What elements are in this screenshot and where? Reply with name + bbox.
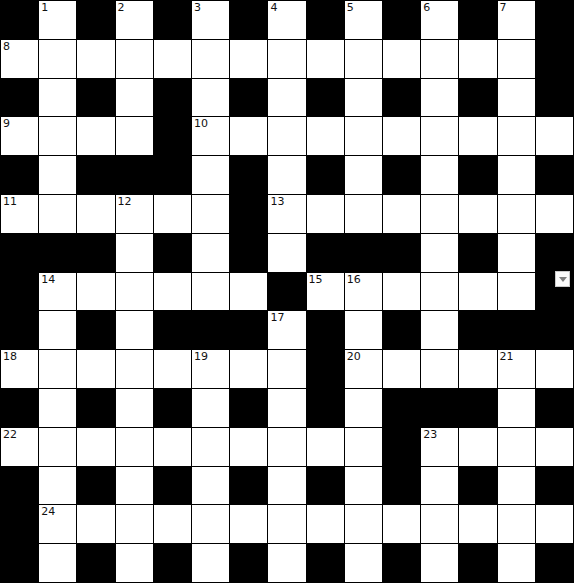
black-cell (77, 389, 115, 428)
black-cell (230, 467, 268, 506)
black-cell (307, 389, 345, 428)
white-cell[interactable] (383, 350, 421, 389)
black-cell (307, 467, 345, 506)
clue-number: 11 (3, 195, 17, 208)
white-cell[interactable] (421, 505, 459, 544)
white-cell[interactable] (268, 234, 306, 273)
clue-number: 13 (270, 195, 284, 208)
white-cell[interactable] (230, 350, 268, 389)
white-cell[interactable] (498, 195, 536, 234)
white-cell[interactable]: 4 (268, 1, 306, 40)
black-cell (459, 389, 497, 428)
white-cell[interactable] (498, 40, 536, 79)
black-cell (536, 467, 574, 506)
black-cell (383, 1, 421, 40)
white-cell[interactable] (268, 467, 306, 506)
white-cell[interactable]: 23 (421, 428, 459, 467)
white-cell[interactable] (459, 117, 497, 156)
black-cell (154, 311, 192, 350)
white-cell[interactable] (268, 389, 306, 428)
white-cell[interactable] (154, 428, 192, 467)
black-cell (536, 1, 574, 40)
black-cell (383, 467, 421, 506)
black-cell (77, 234, 115, 273)
white-cell[interactable] (268, 505, 306, 544)
white-cell[interactable] (536, 505, 574, 544)
black-cell (1, 389, 39, 428)
white-cell[interactable] (268, 428, 306, 467)
white-cell[interactable] (230, 117, 268, 156)
white-cell[interactable]: 3 (192, 1, 230, 40)
black-cell (1, 273, 39, 312)
white-cell[interactable] (498, 544, 536, 583)
black-cell (1, 544, 39, 583)
white-cell[interactable]: 7 (498, 1, 536, 40)
white-cell[interactable] (192, 428, 230, 467)
white-cell[interactable] (154, 40, 192, 79)
clue-number: 23 (423, 428, 437, 441)
white-cell[interactable] (154, 350, 192, 389)
clue-number: 22 (3, 428, 17, 441)
black-cell (307, 350, 345, 389)
white-cell[interactable] (116, 273, 154, 312)
white-cell[interactable] (498, 389, 536, 428)
clue-number: 15 (309, 273, 323, 286)
white-cell[interactable] (307, 195, 345, 234)
white-cell[interactable] (268, 79, 306, 118)
white-cell[interactable] (498, 505, 536, 544)
white-cell[interactable] (383, 505, 421, 544)
white-cell[interactable] (498, 156, 536, 195)
white-cell[interactable] (39, 544, 77, 583)
clue-number: 7 (500, 1, 507, 14)
black-cell (421, 389, 459, 428)
clue-number: 24 (41, 505, 55, 518)
white-cell[interactable] (192, 79, 230, 118)
black-cell (459, 467, 497, 506)
black-cell (77, 311, 115, 350)
white-cell[interactable] (39, 195, 77, 234)
black-cell (498, 311, 536, 350)
white-cell[interactable]: 10 (192, 117, 230, 156)
white-cell[interactable] (307, 428, 345, 467)
black-cell (459, 234, 497, 273)
white-cell[interactable] (116, 117, 154, 156)
clue-number: 6 (423, 1, 430, 14)
black-cell (307, 79, 345, 118)
black-cell (536, 544, 574, 583)
black-cell (307, 1, 345, 40)
white-cell[interactable]: 1 (39, 1, 77, 40)
white-cell[interactable] (536, 350, 574, 389)
white-cell[interactable] (345, 40, 383, 79)
white-cell[interactable] (536, 195, 574, 234)
white-cell[interactable]: 22 (1, 428, 39, 467)
black-cell (154, 117, 192, 156)
chevron-down-icon (559, 277, 567, 282)
white-cell[interactable] (383, 195, 421, 234)
white-cell[interactable] (39, 40, 77, 79)
white-cell[interactable]: 24 (39, 505, 77, 544)
white-cell[interactable] (116, 350, 154, 389)
white-cell[interactable] (39, 350, 77, 389)
white-cell[interactable] (459, 350, 497, 389)
black-cell (154, 389, 192, 428)
white-cell[interactable] (421, 195, 459, 234)
white-cell[interactable] (345, 389, 383, 428)
white-cell[interactable] (192, 195, 230, 234)
white-cell[interactable] (421, 117, 459, 156)
white-cell[interactable] (536, 117, 574, 156)
white-cell[interactable]: 15 (307, 273, 345, 312)
white-cell[interactable] (536, 428, 574, 467)
white-cell[interactable] (230, 505, 268, 544)
white-cell[interactable] (307, 40, 345, 79)
white-cell[interactable] (39, 311, 77, 350)
black-cell (77, 1, 115, 40)
white-cell[interactable]: 8 (1, 40, 39, 79)
black-cell (77, 467, 115, 506)
white-cell[interactable] (77, 505, 115, 544)
white-cell[interactable]: 16 (345, 273, 383, 312)
white-cell[interactable] (345, 544, 383, 583)
white-cell[interactable]: 14 (39, 273, 77, 312)
white-cell[interactable] (116, 234, 154, 273)
white-cell[interactable] (116, 311, 154, 350)
black-cell (192, 311, 230, 350)
white-cell[interactable]: 2 (116, 1, 154, 40)
black-cell (536, 156, 574, 195)
white-cell[interactable] (459, 40, 497, 79)
white-cell[interactable] (77, 195, 115, 234)
white-cell[interactable] (459, 505, 497, 544)
black-cell (230, 195, 268, 234)
black-cell (536, 389, 574, 428)
white-cell[interactable]: 6 (421, 1, 459, 40)
white-cell[interactable] (192, 505, 230, 544)
white-cell[interactable] (307, 117, 345, 156)
white-cell[interactable] (268, 350, 306, 389)
black-cell (307, 234, 345, 273)
black-cell (1, 505, 39, 544)
white-cell[interactable] (230, 40, 268, 79)
white-cell[interactable]: 20 (345, 350, 383, 389)
black-cell (1, 156, 39, 195)
white-cell[interactable] (230, 428, 268, 467)
white-cell[interactable] (39, 79, 77, 118)
white-cell[interactable] (192, 40, 230, 79)
white-cell[interactable] (345, 195, 383, 234)
black-cell (459, 79, 497, 118)
black-cell (383, 234, 421, 273)
black-cell (39, 234, 77, 273)
white-cell[interactable] (345, 156, 383, 195)
white-cell[interactable] (498, 117, 536, 156)
black-cell (230, 1, 268, 40)
white-cell[interactable] (39, 389, 77, 428)
white-cell[interactable] (459, 195, 497, 234)
black-cell (383, 389, 421, 428)
white-cell[interactable] (192, 544, 230, 583)
black-cell (77, 544, 115, 583)
black-cell (383, 311, 421, 350)
white-cell[interactable] (116, 428, 154, 467)
clue-number: 19 (194, 350, 208, 363)
white-cell[interactable] (116, 544, 154, 583)
white-cell[interactable] (116, 389, 154, 428)
white-cell[interactable]: 9 (1, 117, 39, 156)
white-cell[interactable] (345, 79, 383, 118)
white-cell[interactable] (459, 273, 497, 312)
white-cell[interactable] (77, 428, 115, 467)
clue-number: 12 (118, 195, 132, 208)
white-cell[interactable] (498, 234, 536, 273)
black-cell (116, 156, 154, 195)
black-cell (459, 1, 497, 40)
black-cell (1, 79, 39, 118)
black-cell (230, 156, 268, 195)
white-cell[interactable] (459, 428, 497, 467)
white-cell[interactable] (345, 117, 383, 156)
white-cell[interactable]: 13 (268, 195, 306, 234)
clue-number: 10 (194, 117, 208, 130)
black-cell (1, 311, 39, 350)
white-cell[interactable] (192, 467, 230, 506)
white-cell[interactable] (345, 505, 383, 544)
black-cell (536, 234, 574, 273)
white-cell[interactable] (421, 467, 459, 506)
clue-number: 21 (500, 350, 514, 363)
white-cell[interactable] (154, 505, 192, 544)
black-cell (230, 234, 268, 273)
white-cell[interactable] (39, 156, 77, 195)
white-cell[interactable] (192, 156, 230, 195)
white-cell[interactable] (421, 273, 459, 312)
black-cell (307, 311, 345, 350)
white-cell[interactable] (498, 467, 536, 506)
clue-number: 2 (118, 1, 125, 14)
black-cell (230, 544, 268, 583)
black-cell (230, 79, 268, 118)
black-cell (230, 311, 268, 350)
black-cell (268, 273, 306, 312)
white-cell[interactable] (77, 350, 115, 389)
dropdown-button[interactable] (555, 271, 570, 287)
white-cell[interactable] (307, 505, 345, 544)
white-cell[interactable] (498, 273, 536, 312)
white-cell[interactable] (192, 273, 230, 312)
white-cell[interactable] (421, 544, 459, 583)
white-cell[interactable] (421, 350, 459, 389)
black-cell (459, 156, 497, 195)
white-cell[interactable] (498, 79, 536, 118)
black-cell (307, 544, 345, 583)
white-cell[interactable] (154, 273, 192, 312)
black-cell (154, 79, 192, 118)
clue-number: 14 (41, 273, 55, 286)
black-cell (307, 156, 345, 195)
black-cell (154, 544, 192, 583)
black-cell (1, 1, 39, 40)
clue-number: 20 (347, 350, 361, 363)
black-cell (383, 428, 421, 467)
white-cell[interactable] (421, 40, 459, 79)
clue-number: 16 (347, 273, 361, 286)
black-cell (536, 40, 574, 79)
white-cell[interactable] (345, 311, 383, 350)
black-cell (1, 467, 39, 506)
white-cell[interactable] (421, 234, 459, 273)
clue-number: 1 (41, 1, 48, 14)
black-cell (154, 156, 192, 195)
white-cell[interactable] (39, 428, 77, 467)
white-cell[interactable]: 11 (1, 195, 39, 234)
white-cell[interactable] (116, 505, 154, 544)
black-cell (383, 544, 421, 583)
white-cell[interactable] (77, 117, 115, 156)
white-cell[interactable] (116, 79, 154, 118)
black-cell (536, 311, 574, 350)
white-cell[interactable] (345, 428, 383, 467)
clue-number: 17 (270, 311, 284, 324)
white-cell[interactable] (116, 40, 154, 79)
black-cell (345, 234, 383, 273)
clue-number: 3 (194, 1, 201, 14)
white-cell[interactable] (192, 389, 230, 428)
white-cell[interactable] (268, 544, 306, 583)
white-cell[interactable] (77, 273, 115, 312)
white-cell[interactable]: 5 (345, 1, 383, 40)
white-cell[interactable] (345, 467, 383, 506)
white-cell[interactable] (268, 156, 306, 195)
white-cell[interactable] (39, 117, 77, 156)
clue-number: 8 (3, 40, 10, 53)
white-cell[interactable] (421, 311, 459, 350)
white-cell[interactable]: 18 (1, 350, 39, 389)
black-cell (154, 1, 192, 40)
white-cell[interactable]: 17 (268, 311, 306, 350)
white-cell[interactable] (230, 273, 268, 312)
white-cell[interactable] (383, 117, 421, 156)
black-cell (154, 234, 192, 273)
black-cell (230, 389, 268, 428)
clue-number: 9 (3, 117, 10, 130)
clue-number: 5 (347, 1, 354, 14)
black-cell (77, 79, 115, 118)
black-cell (383, 79, 421, 118)
black-cell (77, 156, 115, 195)
clue-number: 4 (270, 1, 277, 14)
white-cell[interactable] (154, 195, 192, 234)
black-cell (383, 156, 421, 195)
black-cell (459, 311, 497, 350)
crossword-grid: 123456789101112131415161718192021222324 (0, 0, 574, 583)
white-cell[interactable] (421, 79, 459, 118)
white-cell[interactable] (116, 467, 154, 506)
white-cell[interactable] (421, 156, 459, 195)
white-cell[interactable]: 19 (192, 350, 230, 389)
white-cell[interactable]: 12 (116, 195, 154, 234)
white-cell[interactable] (383, 40, 421, 79)
white-cell[interactable] (383, 273, 421, 312)
black-cell (459, 544, 497, 583)
white-cell[interactable]: 21 (498, 350, 536, 389)
white-cell[interactable] (268, 117, 306, 156)
black-cell (536, 79, 574, 118)
white-cell[interactable] (498, 428, 536, 467)
white-cell[interactable] (268, 40, 306, 79)
black-cell (1, 234, 39, 273)
clue-number: 18 (3, 350, 17, 363)
white-cell[interactable] (192, 234, 230, 273)
black-cell (154, 467, 192, 506)
white-cell[interactable] (77, 40, 115, 79)
white-cell[interactable] (39, 467, 77, 506)
